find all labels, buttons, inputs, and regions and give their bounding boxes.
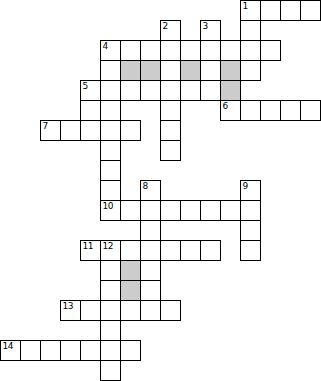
crossword-cell[interactable] xyxy=(140,260,161,281)
clue-number: 7 xyxy=(43,122,48,131)
crossword-cell[interactable] xyxy=(140,200,161,221)
clue-number: 5 xyxy=(83,82,88,91)
crossword-cell-shaded[interactable] xyxy=(120,260,141,281)
crossword-cell[interactable] xyxy=(180,200,201,221)
crossword-cell[interactable] xyxy=(140,80,161,101)
crossword-cell[interactable] xyxy=(260,0,281,21)
crossword-cell[interactable] xyxy=(200,240,221,261)
crossword-cell[interactable] xyxy=(220,40,241,61)
crossword-cell[interactable] xyxy=(180,240,201,261)
crossword-cell[interactable] xyxy=(60,120,81,141)
clue-number: 14 xyxy=(3,342,13,351)
crossword-cell[interactable]: 12 xyxy=(100,240,121,261)
crossword-cell[interactable] xyxy=(160,200,181,221)
crossword-cell[interactable] xyxy=(100,180,121,201)
crossword-cell[interactable] xyxy=(200,60,221,81)
clue-number: 2 xyxy=(163,22,168,31)
crossword-cell[interactable] xyxy=(260,100,281,121)
clue-number: 4 xyxy=(103,42,108,51)
clue-number: 9 xyxy=(243,182,248,191)
crossword-cell[interactable]: 7 xyxy=(40,120,61,141)
crossword-cell[interactable]: 1 xyxy=(240,0,261,21)
crossword-cell[interactable] xyxy=(100,340,121,361)
crossword-cell[interactable] xyxy=(140,220,161,241)
crossword-cell[interactable] xyxy=(160,300,181,321)
crossword-cell[interactable] xyxy=(240,240,261,261)
crossword-cell[interactable] xyxy=(240,40,261,61)
crossword-cell[interactable] xyxy=(200,40,221,61)
clue-number: 8 xyxy=(143,182,148,191)
crossword-cell[interactable] xyxy=(240,60,261,81)
clue-number: 13 xyxy=(63,302,73,311)
crossword-cell-shaded[interactable] xyxy=(120,60,141,81)
crossword-cell[interactable] xyxy=(160,60,181,81)
crossword-cell-shaded[interactable] xyxy=(180,60,201,81)
crossword-grid: 1234567891011121314 xyxy=(0,0,321,381)
crossword-cell[interactable] xyxy=(100,100,121,121)
crossword-cell[interactable] xyxy=(160,100,181,121)
clue-number: 12 xyxy=(103,242,113,251)
crossword-cell[interactable]: 8 xyxy=(140,180,161,201)
crossword-cell[interactable]: 2 xyxy=(160,20,181,41)
crossword-cell[interactable] xyxy=(140,40,161,61)
crossword-cell[interactable] xyxy=(140,280,161,301)
crossword-cell[interactable]: 9 xyxy=(240,180,261,201)
crossword-cell[interactable]: 6 xyxy=(220,100,241,121)
crossword-cell[interactable] xyxy=(60,340,81,361)
crossword-cell[interactable] xyxy=(120,80,141,101)
crossword-cell[interactable] xyxy=(180,80,201,101)
crossword-cell[interactable] xyxy=(140,300,161,321)
crossword-cell[interactable] xyxy=(260,40,281,61)
crossword-cell-shaded[interactable] xyxy=(220,60,241,81)
crossword-cell[interactable] xyxy=(100,60,121,81)
crossword-cell[interactable] xyxy=(280,0,301,21)
crossword-cell[interactable] xyxy=(160,80,181,101)
crossword-cell[interactable] xyxy=(100,320,121,341)
crossword-cell[interactable] xyxy=(300,0,321,21)
clue-number: 1 xyxy=(243,2,248,11)
crossword-cell[interactable] xyxy=(100,140,121,161)
crossword-cell[interactable] xyxy=(100,300,121,321)
crossword-cell[interactable] xyxy=(120,240,141,261)
clue-number: 6 xyxy=(223,102,228,111)
crossword-cell[interactable] xyxy=(180,40,201,61)
crossword-cell[interactable] xyxy=(220,200,241,221)
crossword-cell[interactable]: 10 xyxy=(100,200,121,221)
crossword-cell[interactable] xyxy=(160,40,181,61)
crossword-cell[interactable] xyxy=(120,120,141,141)
crossword-cell[interactable] xyxy=(80,340,101,361)
crossword-cell[interactable] xyxy=(120,200,141,221)
crossword-cell[interactable]: 13 xyxy=(60,300,81,321)
crossword-cell-shaded[interactable] xyxy=(140,60,161,81)
crossword-cell[interactable]: 11 xyxy=(80,240,101,261)
crossword-cell[interactable] xyxy=(240,100,261,121)
crossword-cell[interactable] xyxy=(100,280,121,301)
crossword-cell[interactable] xyxy=(100,120,121,141)
crossword-cell[interactable] xyxy=(300,100,321,121)
crossword-cell[interactable] xyxy=(200,80,221,101)
clue-number: 3 xyxy=(203,22,208,31)
crossword-cell[interactable] xyxy=(100,160,121,181)
crossword-cell-shaded[interactable] xyxy=(220,80,241,101)
crossword-cell[interactable] xyxy=(100,360,121,381)
crossword-cell[interactable] xyxy=(20,340,41,361)
crossword-cell[interactable]: 3 xyxy=(200,20,221,41)
crossword-cell[interactable] xyxy=(80,120,101,141)
crossword-cell[interactable] xyxy=(160,240,181,261)
crossword-cell-shaded[interactable] xyxy=(120,280,141,301)
crossword-cell[interactable] xyxy=(240,200,261,221)
crossword-cell[interactable] xyxy=(240,20,261,41)
crossword-cell[interactable]: 4 xyxy=(100,40,121,61)
crossword-cell[interactable] xyxy=(160,140,181,161)
crossword-cell[interactable] xyxy=(80,300,101,321)
crossword-cell[interactable]: 5 xyxy=(80,80,101,101)
crossword-cell[interactable] xyxy=(100,80,121,101)
clue-number: 10 xyxy=(103,202,113,211)
crossword-cell[interactable] xyxy=(200,200,221,221)
crossword-cell[interactable] xyxy=(120,40,141,61)
crossword-cell[interactable] xyxy=(120,300,141,321)
crossword-cell[interactable] xyxy=(120,340,141,361)
crossword-cell[interactable] xyxy=(280,100,301,121)
crossword-cell[interactable]: 14 xyxy=(0,340,21,361)
crossword-cell[interactable] xyxy=(240,220,261,241)
clue-number: 11 xyxy=(83,242,93,251)
crossword-cell[interactable] xyxy=(100,260,121,281)
crossword-cell[interactable] xyxy=(140,240,161,261)
crossword-cell[interactable] xyxy=(80,100,101,121)
crossword-cell[interactable] xyxy=(160,120,181,141)
crossword-cell[interactable] xyxy=(40,340,61,361)
